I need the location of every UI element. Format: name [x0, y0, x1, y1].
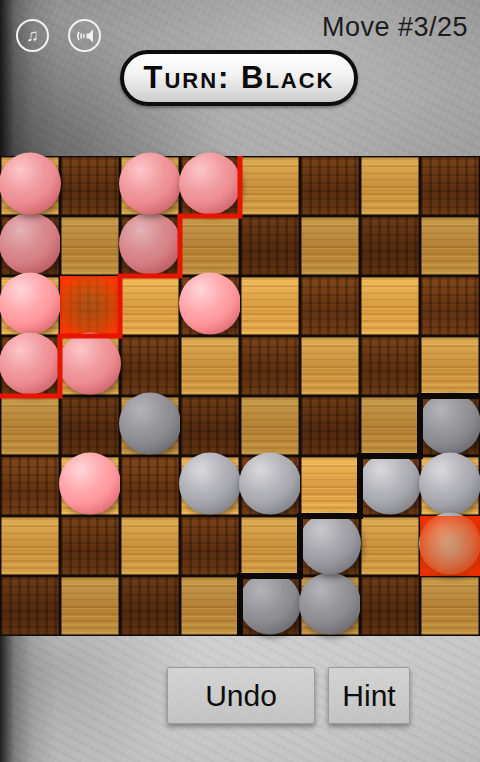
board-cell[interactable] [420, 276, 480, 336]
board-cell[interactable] [0, 456, 60, 516]
gray-ball[interactable] [299, 573, 361, 635]
board-cell[interactable] [240, 576, 300, 636]
board-cell[interactable] [60, 336, 120, 396]
orange-highlight [60, 276, 120, 336]
board-cell[interactable] [120, 576, 180, 636]
board-cell[interactable] [0, 516, 60, 576]
board-cell[interactable] [120, 396, 180, 456]
board-cell[interactable] [300, 336, 360, 396]
gray-ball[interactable] [239, 573, 301, 635]
board-cell[interactable] [300, 456, 360, 516]
gray-ball[interactable] [239, 453, 301, 515]
pink-ball[interactable] [0, 273, 61, 335]
board-cell[interactable] [60, 276, 120, 336]
gray-ball[interactable] [119, 393, 181, 455]
pink-ball[interactable] [179, 153, 241, 215]
board-cell[interactable] [420, 576, 480, 636]
board-cell[interactable] [420, 396, 480, 456]
pink-ball[interactable] [119, 213, 181, 275]
pink-ball[interactable] [179, 273, 241, 335]
sound-icon[interactable] [68, 19, 101, 52]
board-cell[interactable] [240, 276, 300, 336]
board-cell[interactable] [360, 336, 420, 396]
board-cell[interactable] [60, 516, 120, 576]
board-cell[interactable] [420, 216, 480, 276]
board-cell[interactable] [300, 276, 360, 336]
board-cell[interactable] [420, 516, 480, 576]
board-cell[interactable] [300, 216, 360, 276]
board-cell[interactable] [180, 576, 240, 636]
board-cell[interactable] [120, 336, 180, 396]
board-cell[interactable] [120, 156, 180, 216]
board-cell[interactable] [360, 576, 420, 636]
board-cell[interactable] [420, 156, 480, 216]
pink-ball[interactable] [59, 333, 121, 395]
hint-button[interactable]: Hint [328, 667, 410, 724]
board-cell[interactable] [60, 576, 120, 636]
board-cell[interactable] [60, 156, 120, 216]
board-cell[interactable] [120, 216, 180, 276]
board-cell[interactable] [240, 336, 300, 396]
board-cell[interactable] [180, 216, 240, 276]
gray-ball[interactable] [359, 453, 421, 515]
board-cell[interactable] [120, 516, 180, 576]
board-cell[interactable] [240, 516, 300, 576]
board-cell[interactable] [300, 396, 360, 456]
board-cell[interactable] [180, 456, 240, 516]
board-cell[interactable] [300, 516, 360, 576]
pink-ball[interactable] [0, 213, 61, 275]
board-cell[interactable] [180, 516, 240, 576]
undo-button[interactable]: Undo [167, 667, 315, 724]
board-cell[interactable] [180, 156, 240, 216]
board-cell[interactable] [360, 516, 420, 576]
board-cell[interactable] [0, 156, 60, 216]
gray-ball[interactable] [419, 513, 480, 575]
board-cell[interactable] [0, 336, 60, 396]
board-cell[interactable] [0, 216, 60, 276]
speaker-glyph [73, 24, 97, 48]
board-cell[interactable] [300, 156, 360, 216]
gray-ball[interactable] [179, 453, 241, 515]
board-cell[interactable] [300, 576, 360, 636]
board-cell[interactable] [0, 276, 60, 336]
pink-ball[interactable] [119, 153, 181, 215]
game-board[interactable] [0, 156, 480, 636]
board-cell[interactable] [360, 456, 420, 516]
board-cell[interactable] [240, 456, 300, 516]
board-cell[interactable] [120, 456, 180, 516]
pink-ball[interactable] [0, 333, 61, 395]
music-icon[interactable]: ♫ [16, 19, 49, 52]
gray-ball[interactable] [299, 513, 361, 575]
board-cell[interactable] [420, 456, 480, 516]
pink-ball[interactable] [0, 153, 61, 215]
board-cell[interactable] [240, 396, 300, 456]
board-cell[interactable] [360, 276, 420, 336]
turn-banner-label: Turn: Black [143, 60, 334, 96]
board-cell[interactable] [60, 216, 120, 276]
move-counter: Move #3/25 [322, 12, 468, 43]
board-cell[interactable] [180, 336, 240, 396]
board-cell[interactable] [240, 156, 300, 216]
board-cell[interactable] [360, 396, 420, 456]
board-cell[interactable] [60, 396, 120, 456]
gray-ball[interactable] [419, 453, 480, 515]
board-cell[interactable] [180, 276, 240, 336]
pink-ball[interactable] [59, 453, 121, 515]
board-cell[interactable] [0, 396, 60, 456]
board-cell[interactable] [240, 216, 300, 276]
gray-ball[interactable] [419, 393, 480, 455]
board-cell[interactable] [360, 156, 420, 216]
board-cell[interactable] [180, 396, 240, 456]
turn-banner: Turn: Black [120, 50, 358, 106]
board-cell[interactable] [0, 576, 60, 636]
board-cell[interactable] [60, 456, 120, 516]
board-cell[interactable] [420, 336, 480, 396]
board-cell[interactable] [120, 276, 180, 336]
board-cell[interactable] [360, 216, 420, 276]
